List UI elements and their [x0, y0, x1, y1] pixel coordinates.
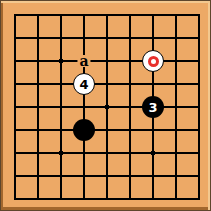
- black-stone: [73, 119, 95, 141]
- black-stone: 3: [142, 96, 164, 118]
- point-label-a: a: [77, 55, 90, 67]
- board-grid: a43: [14, 14, 200, 200]
- star-point: [59, 59, 63, 63]
- white-stone: [142, 50, 164, 72]
- white-stone: 4: [73, 73, 95, 95]
- circle-marker-icon: [148, 56, 159, 67]
- star-point: [105, 105, 109, 109]
- star-point: [59, 151, 63, 155]
- star-point: [151, 151, 155, 155]
- stone-number: 3: [148, 101, 157, 114]
- stone-number: 4: [79, 78, 88, 91]
- go-board-diagram: a43: [0, 0, 211, 211]
